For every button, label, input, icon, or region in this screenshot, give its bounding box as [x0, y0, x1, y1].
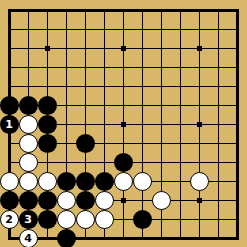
board-grid-line [218, 9, 219, 240]
white-stone[interactable] [0, 210, 19, 229]
board-grid-line [142, 9, 143, 240]
white-stone[interactable] [57, 191, 76, 210]
star-point [197, 198, 202, 203]
white-stone[interactable] [95, 191, 114, 210]
black-stone[interactable] [0, 96, 19, 115]
black-stone[interactable] [57, 172, 76, 191]
black-stone[interactable] [38, 134, 57, 153]
black-stone[interactable] [19, 96, 38, 115]
white-stone[interactable] [76, 210, 95, 229]
black-stone[interactable] [76, 191, 95, 210]
white-stone[interactable] [19, 172, 38, 191]
white-stone[interactable] [19, 229, 38, 247]
star-point [45, 46, 50, 51]
black-stone[interactable] [19, 191, 38, 210]
black-stone[interactable] [76, 172, 95, 191]
black-stone[interactable] [95, 172, 114, 191]
black-stone[interactable] [38, 96, 57, 115]
black-stone[interactable] [76, 134, 95, 153]
board-grid-line [180, 9, 181, 240]
white-stone[interactable] [190, 172, 209, 191]
white-stone[interactable] [114, 172, 133, 191]
black-stone[interactable] [38, 191, 57, 210]
board-grid-line [8, 237, 239, 240]
black-stone[interactable] [0, 191, 19, 210]
white-stone[interactable] [19, 153, 38, 172]
black-stone[interactable] [38, 115, 57, 134]
star-point [121, 198, 126, 203]
black-stone[interactable] [57, 229, 76, 247]
black-stone[interactable] [133, 210, 152, 229]
black-stone[interactable] [114, 153, 133, 172]
white-stone[interactable] [95, 210, 114, 229]
star-point [121, 122, 126, 127]
board-grid-line [236, 9, 239, 240]
white-stone[interactable] [133, 172, 152, 191]
black-stone[interactable] [19, 210, 38, 229]
white-stone[interactable] [0, 172, 19, 191]
white-stone[interactable] [38, 172, 57, 191]
go-board: 1234 [0, 0, 247, 247]
black-stone[interactable] [38, 210, 57, 229]
star-point [121, 46, 126, 51]
white-stone[interactable] [19, 134, 38, 153]
white-stone[interactable] [152, 191, 171, 210]
black-stone[interactable] [0, 115, 19, 134]
star-point [197, 122, 202, 127]
star-point [197, 46, 202, 51]
white-stone[interactable] [19, 115, 38, 134]
white-stone[interactable] [57, 210, 76, 229]
